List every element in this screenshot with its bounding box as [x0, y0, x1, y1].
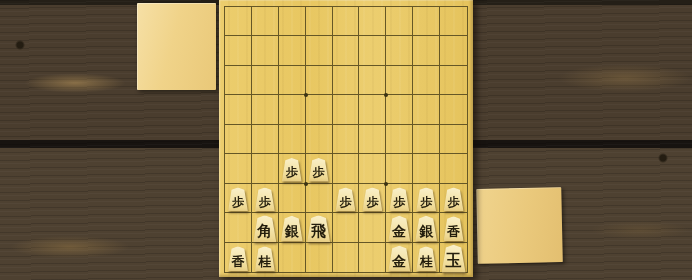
board-square[interactable]	[279, 125, 306, 154]
shogi-piece-pawn[interactable]: 歩	[228, 187, 248, 211]
board-square[interactable]	[333, 66, 360, 95]
shogi-piece-knight[interactable]: 桂	[255, 246, 275, 271]
piece-kanji: 歩	[228, 187, 248, 211]
board-square[interactable]: 銀	[413, 213, 440, 242]
board-square[interactable]	[252, 7, 279, 36]
star-point	[304, 182, 308, 186]
board-square[interactable]: 香	[225, 243, 252, 272]
board-square[interactable]	[386, 7, 413, 36]
board-square[interactable]	[333, 36, 360, 65]
board-square[interactable]	[225, 36, 252, 65]
board-square[interactable]	[252, 36, 279, 65]
board-square[interactable]: 歩	[359, 184, 386, 213]
piece-kanji: 歩	[309, 158, 329, 182]
piece-kanji: 歩	[282, 158, 302, 182]
board-square[interactable]	[333, 7, 360, 36]
shogi-piece-pawn[interactable]: 歩	[282, 158, 302, 182]
board-square[interactable]: 歩	[279, 154, 306, 183]
piece-stand-right	[476, 187, 563, 264]
board-square[interactable]	[413, 125, 440, 154]
board-square[interactable]	[306, 125, 333, 154]
board-square[interactable]	[306, 95, 333, 124]
board-square[interactable]	[440, 36, 467, 65]
board-square[interactable]: 桂	[252, 243, 279, 272]
board-square[interactable]	[306, 66, 333, 95]
board-square[interactable]: 歩	[252, 184, 279, 213]
board-square[interactable]	[252, 95, 279, 124]
piece-kanji: 玉	[442, 245, 466, 273]
piece-kanji: 角	[253, 215, 276, 242]
board-square[interactable]	[386, 66, 413, 95]
shogi-piece-lance[interactable]: 香	[444, 216, 464, 241]
board-square[interactable]	[225, 154, 252, 183]
board-square[interactable]	[413, 95, 440, 124]
shogi-piece-pawn[interactable]: 歩	[255, 187, 275, 211]
board-square[interactable]	[279, 36, 306, 65]
board-square[interactable]: 歩	[413, 184, 440, 213]
board-square[interactable]	[279, 7, 306, 36]
board-square[interactable]	[333, 154, 360, 183]
board-square[interactable]: 歩	[306, 154, 333, 183]
piece-kanji: 歩	[335, 187, 355, 211]
board-square[interactable]: 角	[252, 213, 279, 242]
shogi-board: 歩歩歩歩歩歩歩歩歩角銀飛金銀香香桂金桂玉	[219, 0, 473, 277]
shogi-piece-lance[interactable]: 香	[228, 246, 248, 271]
board-square[interactable]: 歩	[333, 184, 360, 213]
shogi-photo: 歩歩歩歩歩歩歩歩歩角銀飛金銀香香桂金桂玉	[0, 0, 692, 280]
board-square[interactable]	[359, 7, 386, 36]
board-square[interactable]	[359, 95, 386, 124]
piece-kanji: 歩	[416, 187, 436, 211]
board-square[interactable]	[279, 243, 306, 272]
board-square[interactable]	[279, 66, 306, 95]
shogi-piece-silver[interactable]: 銀	[415, 216, 437, 242]
board-square[interactable]	[225, 7, 252, 36]
board-square[interactable]	[359, 243, 386, 272]
shogi-piece-pawn[interactable]: 歩	[444, 187, 464, 211]
board-square[interactable]: 金	[386, 213, 413, 242]
shogi-piece-knight[interactable]: 桂	[416, 246, 436, 271]
piece-stand-left	[137, 3, 216, 90]
board-square[interactable]	[333, 243, 360, 272]
piece-kanji: 金	[388, 216, 410, 242]
piece-kanji: 飛	[307, 215, 330, 242]
shogi-piece-pawn[interactable]: 歩	[416, 187, 436, 211]
board-square[interactable]	[386, 154, 413, 183]
piece-kanji: 歩	[362, 187, 382, 211]
board-square[interactable]: 桂	[413, 243, 440, 272]
piece-kanji: 桂	[416, 246, 436, 271]
shogi-piece-king[interactable]: 玉	[442, 245, 466, 273]
shogi-piece-pawn[interactable]: 歩	[389, 187, 409, 211]
piece-kanji: 香	[228, 246, 248, 271]
piece-kanji: 銀	[415, 216, 437, 242]
board-square[interactable]	[413, 154, 440, 183]
board-square[interactable]: 香	[440, 213, 467, 242]
star-point	[384, 93, 388, 97]
board-square[interactable]: 飛	[306, 213, 333, 242]
board-square[interactable]	[225, 213, 252, 242]
star-point	[304, 93, 308, 97]
shogi-piece-pawn[interactable]: 歩	[309, 158, 329, 182]
piece-kanji: 歩	[444, 187, 464, 211]
piece-kanji: 銀	[281, 216, 303, 242]
board-square[interactable]	[386, 95, 413, 124]
shogi-piece-gold[interactable]: 金	[388, 246, 410, 272]
board-square[interactable]	[333, 95, 360, 124]
board-square[interactable]	[359, 154, 386, 183]
piece-kanji: 歩	[255, 187, 275, 211]
board-square[interactable]	[440, 95, 467, 124]
piece-kanji: 金	[388, 246, 410, 272]
board-square[interactable]	[359, 125, 386, 154]
board-square[interactable]	[413, 66, 440, 95]
board-square[interactable]	[306, 7, 333, 36]
shogi-piece-bishop[interactable]: 角	[253, 215, 276, 242]
board-square[interactable]: 金	[386, 243, 413, 272]
board-square[interactable]	[333, 125, 360, 154]
board-square[interactable]	[359, 66, 386, 95]
star-point	[384, 182, 388, 186]
piece-kanji: 桂	[255, 246, 275, 271]
board-square[interactable]	[252, 154, 279, 183]
piece-kanji: 歩	[389, 187, 409, 211]
shogi-piece-gold[interactable]: 金	[388, 216, 410, 242]
board-square[interactable]	[440, 125, 467, 154]
shogi-piece-rook[interactable]: 飛	[307, 215, 330, 242]
board-square[interactable]	[359, 36, 386, 65]
board-square[interactable]	[306, 184, 333, 213]
board-square[interactable]: 玉	[440, 243, 467, 272]
board-square[interactable]	[333, 213, 360, 242]
board-square[interactable]: 銀	[279, 213, 306, 242]
piece-kanji: 香	[444, 216, 464, 241]
shogi-piece-silver[interactable]: 銀	[281, 216, 303, 242]
board-grid: 歩歩歩歩歩歩歩歩歩角銀飛金銀香香桂金桂玉	[224, 6, 468, 273]
board-square[interactable]	[252, 66, 279, 95]
board-square[interactable]	[413, 36, 440, 65]
board-square[interactable]	[386, 125, 413, 154]
board-square[interactable]	[359, 213, 386, 242]
board-square[interactable]	[440, 7, 467, 36]
board-square[interactable]	[225, 125, 252, 154]
board-square[interactable]	[413, 7, 440, 36]
board-square[interactable]	[252, 125, 279, 154]
shogi-piece-pawn[interactable]: 歩	[362, 187, 382, 211]
board-square[interactable]	[279, 184, 306, 213]
board-square[interactable]: 歩	[386, 184, 413, 213]
board-square[interactable]	[440, 154, 467, 183]
board-square[interactable]: 歩	[440, 184, 467, 213]
board-square[interactable]	[306, 243, 333, 272]
board-square[interactable]: 歩	[225, 184, 252, 213]
board-square[interactable]	[225, 66, 252, 95]
board-square[interactable]	[306, 36, 333, 65]
shogi-piece-pawn[interactable]: 歩	[335, 187, 355, 211]
board-square[interactable]	[279, 95, 306, 124]
board-square[interactable]	[386, 36, 413, 65]
board-square[interactable]	[440, 66, 467, 95]
board-square[interactable]	[225, 95, 252, 124]
